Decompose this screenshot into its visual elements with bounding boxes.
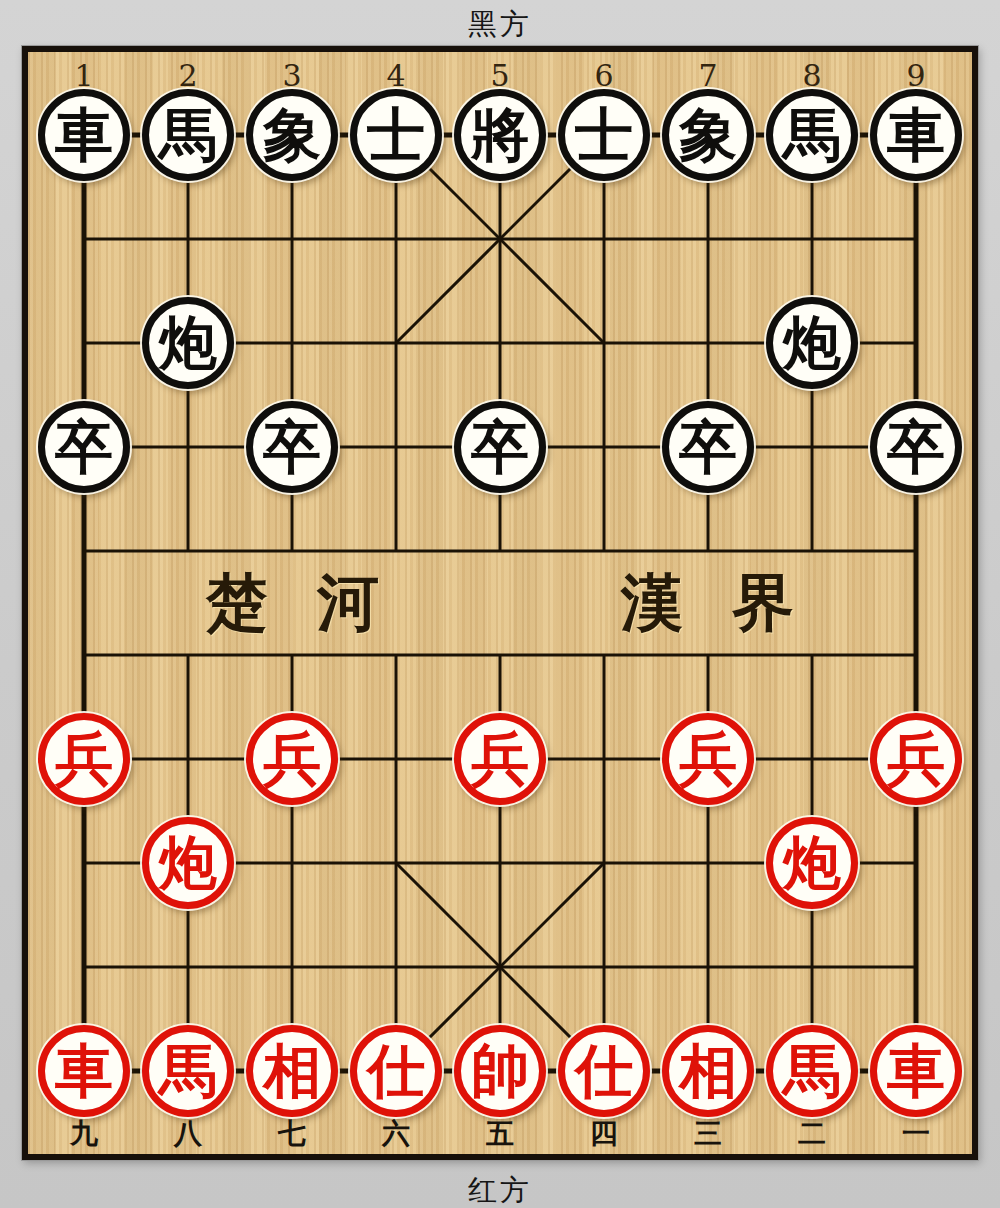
piece-red-horse[interactable]: 馬	[766, 1025, 858, 1117]
piece-black-soldier[interactable]: 卒	[246, 401, 338, 493]
file-cjk-label: 九	[32, 1114, 136, 1154]
piece-black-elephant[interactable]: 象	[662, 89, 754, 181]
piece-red-general[interactable]: 帥	[454, 1025, 546, 1117]
file-cjk-label: 七	[240, 1114, 344, 1154]
file-numbers-bottom: 九八七六五四三二一	[32, 1114, 968, 1154]
piece-black-advisor[interactable]: 士	[558, 89, 650, 181]
file-cjk-label: 五	[448, 1114, 552, 1154]
piece-red-soldier[interactable]: 兵	[454, 713, 546, 805]
piece-black-advisor[interactable]: 士	[350, 89, 442, 181]
file-cjk-label: 一	[864, 1114, 968, 1154]
piece-red-soldier[interactable]: 兵	[246, 713, 338, 805]
xiangqi-app: 黑方	[0, 0, 1000, 1208]
piece-red-cannon[interactable]: 炮	[766, 817, 858, 909]
piece-black-soldier[interactable]: 卒	[38, 401, 130, 493]
piece-black-horse[interactable]: 馬	[766, 89, 858, 181]
piece-red-elephant[interactable]: 相	[246, 1025, 338, 1117]
file-cjk-label: 八	[136, 1114, 240, 1154]
piece-red-cannon[interactable]: 炮	[142, 817, 234, 909]
piece-red-chariot[interactable]: 車	[870, 1025, 962, 1117]
piece-black-soldier[interactable]: 卒	[662, 401, 754, 493]
file-cjk-label: 二	[760, 1114, 864, 1154]
piece-black-chariot[interactable]: 車	[870, 89, 962, 181]
piece-black-elephant[interactable]: 象	[246, 89, 338, 181]
piece-black-chariot[interactable]: 車	[38, 89, 130, 181]
file-cjk-label: 六	[344, 1114, 448, 1154]
piece-red-soldier[interactable]: 兵	[662, 713, 754, 805]
piece-red-advisor[interactable]: 仕	[350, 1025, 442, 1117]
piece-red-advisor[interactable]: 仕	[558, 1025, 650, 1117]
black-side-label: 黑方	[0, 5, 1000, 45]
piece-black-soldier[interactable]: 卒	[454, 401, 546, 493]
file-cjk-label: 四	[552, 1114, 656, 1154]
piece-black-cannon[interactable]: 炮	[766, 297, 858, 389]
piece-black-general[interactable]: 將	[454, 89, 546, 181]
pieces-layer: 車馬象士將士象馬車炮炮卒卒卒卒卒兵兵兵兵兵炮炮車馬相仕帥仕相馬車	[32, 83, 968, 1123]
piece-red-soldier[interactable]: 兵	[38, 713, 130, 805]
piece-black-cannon[interactable]: 炮	[142, 297, 234, 389]
file-cjk-label: 三	[656, 1114, 760, 1154]
piece-red-chariot[interactable]: 車	[38, 1025, 130, 1117]
piece-black-horse[interactable]: 馬	[142, 89, 234, 181]
piece-red-soldier[interactable]: 兵	[870, 713, 962, 805]
red-side-label: 红方	[0, 1171, 1000, 1208]
piece-red-horse[interactable]: 馬	[142, 1025, 234, 1117]
piece-black-soldier[interactable]: 卒	[870, 401, 962, 493]
piece-red-elephant[interactable]: 相	[662, 1025, 754, 1117]
xiangqi-board[interactable]: 123456789 楚河漢界 車馬象士將士象馬車炮炮卒卒卒卒卒兵兵兵兵兵炮炮車馬…	[22, 46, 978, 1160]
